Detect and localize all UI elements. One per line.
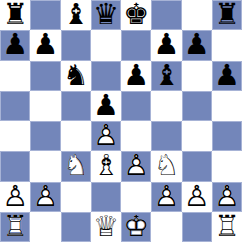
black-bishop: ♝ [61,0,91,30]
black-pawn: ♟ [151,30,181,60]
white-bishop-outline-glyph: ♗ [93,151,119,180]
white-pawn: ♟♙ [151,182,181,212]
square-f4[interactable] [151,121,181,151]
square-d7[interactable] [91,30,121,60]
white-rook: ♜♖ [0,212,30,242]
square-c3[interactable]: ♞♘ [61,151,91,181]
square-h2[interactable]: ♟♙ [212,182,242,212]
white-pawn-outline-glyph: ♙ [32,182,58,211]
square-a4[interactable] [0,121,30,151]
square-d3[interactable]: ♝♗ [91,151,121,181]
square-g7[interactable]: ♟ [182,30,212,60]
square-b1[interactable] [30,212,60,242]
square-a8[interactable]: ♜ [0,0,30,30]
white-pawn: ♟♙ [0,182,30,212]
square-b2[interactable]: ♟♙ [30,182,60,212]
square-c8[interactable]: ♝ [61,0,91,30]
black-bishop-glyph: ♝ [63,0,89,29]
black-queen-glyph: ♛ [93,0,119,29]
white-rook: ♜♖ [212,212,242,242]
black-pawn-glyph: ♟ [32,30,58,59]
black-bishop: ♝ [151,61,181,91]
white-pawn-outline-glyph: ♙ [184,182,210,211]
square-g6[interactable] [182,61,212,91]
black-pawn-glyph: ♟ [93,91,119,120]
square-g2[interactable]: ♟♙ [182,182,212,212]
square-e3[interactable]: ♟♙ [121,151,151,181]
white-rook-outline-glyph: ♖ [214,212,240,241]
square-g4[interactable] [182,121,212,151]
black-knight-glyph: ♞ [63,61,89,90]
white-rook-outline-glyph: ♖ [2,212,28,241]
square-a6[interactable] [0,61,30,91]
square-a3[interactable] [0,151,30,181]
square-a7[interactable]: ♟ [0,30,30,60]
square-d6[interactable] [91,61,121,91]
square-h4[interactable] [212,121,242,151]
square-e7[interactable] [121,30,151,60]
square-d5[interactable]: ♟ [91,91,121,121]
white-pawn: ♟♙ [30,182,60,212]
square-f6[interactable]: ♝ [151,61,181,91]
square-c5[interactable] [61,91,91,121]
black-queen: ♛ [91,0,121,30]
white-knight: ♞♘ [151,151,181,181]
black-rook: ♜ [212,0,242,30]
square-f7[interactable]: ♟ [151,30,181,60]
square-b4[interactable] [30,121,60,151]
black-knight: ♞ [61,61,91,91]
white-pawn-outline-glyph: ♙ [123,151,149,180]
square-d1[interactable]: ♛♕ [91,212,121,242]
black-rook: ♜ [0,0,30,30]
square-e5[interactable] [121,91,151,121]
white-pawn: ♟♙ [182,182,212,212]
white-pawn-outline-glyph: ♙ [93,121,119,150]
square-e2[interactable] [121,182,151,212]
square-g3[interactable] [182,151,212,181]
square-d2[interactable] [91,182,121,212]
white-pawn: ♟♙ [121,151,151,181]
square-d8[interactable]: ♛ [91,0,121,30]
square-b8[interactable] [30,0,60,30]
white-king: ♚♔ [121,212,151,242]
black-king: ♚ [121,0,151,30]
square-c4[interactable] [61,121,91,151]
black-pawn-glyph: ♟ [123,61,149,90]
white-pawn-outline-glyph: ♙ [2,182,28,211]
white-pawn-outline-glyph: ♙ [153,182,179,211]
black-pawn: ♟ [121,61,151,91]
black-rook-glyph: ♜ [2,0,28,29]
square-f8[interactable] [151,0,181,30]
square-e8[interactable]: ♚ [121,0,151,30]
square-b6[interactable] [30,61,60,91]
square-b3[interactable] [30,151,60,181]
white-pawn: ♟♙ [212,182,242,212]
square-f3[interactable]: ♞♘ [151,151,181,181]
square-d4[interactable]: ♟♙ [91,121,121,151]
square-e6[interactable]: ♟ [121,61,151,91]
square-b7[interactable]: ♟ [30,30,60,60]
black-pawn: ♟ [0,30,30,60]
square-a2[interactable]: ♟♙ [0,182,30,212]
square-h1[interactable]: ♜♖ [212,212,242,242]
square-f1[interactable] [151,212,181,242]
black-pawn: ♟ [30,30,60,60]
square-h6[interactable]: ♟ [212,61,242,91]
square-g8[interactable] [182,0,212,30]
square-c1[interactable] [61,212,91,242]
square-g1[interactable] [182,212,212,242]
square-f2[interactable]: ♟♙ [151,182,181,212]
square-a1[interactable]: ♜♖ [0,212,30,242]
black-pawn-glyph: ♟ [214,61,240,90]
square-c6[interactable]: ♞ [61,61,91,91]
square-h7[interactable] [212,30,242,60]
white-pawn-outline-glyph: ♙ [214,182,240,211]
white-queen-outline-glyph: ♕ [93,212,119,241]
black-pawn-glyph: ♟ [184,30,210,59]
chess-board: ♜♝♛♚♜♟♟♟♟♞♟♝♟♟♟♙♞♘♝♗♟♙♞♘♟♙♟♙♟♙♟♙♟♙♜♖♛♕♚♔… [0,0,242,242]
white-king-outline-glyph: ♔ [123,212,149,241]
square-e1[interactable]: ♚♔ [121,212,151,242]
black-pawn: ♟ [212,61,242,91]
square-h8[interactable]: ♜ [212,0,242,30]
square-c2[interactable] [61,182,91,212]
black-bishop-glyph: ♝ [153,61,179,90]
square-a5[interactable] [0,91,30,121]
white-knight: ♞♘ [61,151,91,181]
black-pawn: ♟ [91,91,121,121]
white-pawn: ♟♙ [91,121,121,151]
white-knight-outline-glyph: ♘ [63,151,89,180]
black-rook-glyph: ♜ [214,0,240,29]
black-pawn-glyph: ♟ [2,30,28,59]
square-b5[interactable] [30,91,60,121]
black-king-glyph: ♚ [123,0,149,29]
white-bishop: ♝♗ [91,151,121,181]
square-f5[interactable] [151,91,181,121]
black-pawn: ♟ [182,30,212,60]
square-c7[interactable] [61,30,91,60]
square-h5[interactable] [212,91,242,121]
square-h3[interactable] [212,151,242,181]
square-e4[interactable] [121,121,151,151]
square-g5[interactable] [182,91,212,121]
black-pawn-glyph: ♟ [153,30,179,59]
white-knight-outline-glyph: ♘ [153,151,179,180]
white-queen: ♛♕ [91,212,121,242]
